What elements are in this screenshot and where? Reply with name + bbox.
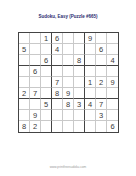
sudoku-cell-r7c3: 5	[41, 99, 52, 110]
sudoku-cell-r3c9: 4	[107, 55, 118, 66]
sudoku-cell-r7c7: 4	[85, 99, 96, 110]
sudoku-cell-r6c2: 7	[30, 88, 41, 99]
sudoku-cell-r6c1: 2	[19, 88, 30, 99]
sudoku-cell-r1c6	[74, 33, 85, 44]
sudoku-cell-r8c4	[52, 110, 63, 121]
sudoku-cell-r5c7: 1	[85, 77, 96, 88]
sudoku-cell-r4c9	[107, 66, 118, 77]
sudoku-cell-r5c4: 7	[52, 77, 63, 88]
sudoku-cell-r7c2	[30, 99, 41, 110]
sudoku-cell-r9c5	[63, 121, 74, 132]
sudoku-cell-r3c5	[63, 55, 74, 66]
sudoku-cell-r6c4: 8	[52, 88, 63, 99]
sudoku-cell-r7c8: 7	[96, 99, 107, 110]
sudoku-cell-r1c7: 9	[85, 33, 96, 44]
sudoku-cell-r5c6	[74, 77, 85, 88]
sudoku-cell-r6c3	[41, 88, 52, 99]
sudoku-cell-r8c1	[19, 110, 30, 121]
sudoku-cell-r4c1	[19, 66, 30, 77]
sudoku-cell-r9c7	[85, 121, 96, 132]
sudoku-cell-r1c5	[63, 33, 74, 44]
sudoku-board: 1695466846712927895834793826	[18, 32, 119, 133]
sudoku-cell-r3c6: 8	[74, 55, 85, 66]
sudoku-cell-r5c9: 9	[107, 77, 118, 88]
sudoku-cell-r3c1	[19, 55, 30, 66]
sudoku-cell-r4c5	[63, 66, 74, 77]
sudoku-cell-r2c8: 6	[96, 44, 107, 55]
sudoku-cell-r5c8: 2	[96, 77, 107, 88]
sudoku-cell-r9c8	[96, 121, 107, 132]
sudoku-cell-r5c1	[19, 77, 30, 88]
sudoku-cell-r3c8	[96, 55, 107, 66]
sudoku-cell-r6c7	[85, 88, 96, 99]
sudoku-cell-r6c5: 9	[63, 88, 74, 99]
sudoku-cell-r6c9	[107, 88, 118, 99]
sudoku-cell-r9c2: 2	[30, 121, 41, 132]
sudoku-cell-r4c7	[85, 66, 96, 77]
sudoku-cell-r7c5: 8	[63, 99, 74, 110]
sudoku-cell-r2c4: 4	[52, 44, 63, 55]
sudoku-cell-r5c3	[41, 77, 52, 88]
sudoku-cell-r7c4	[52, 99, 63, 110]
sudoku-cell-r6c6	[74, 88, 85, 99]
sudoku-cell-r8c5	[63, 110, 74, 121]
sudoku-cell-r3c2	[30, 55, 41, 66]
sudoku-cell-r5c5	[63, 77, 74, 88]
sudoku-cell-r1c3: 1	[41, 33, 52, 44]
sudoku-cell-r4c8	[96, 66, 107, 77]
sudoku-cell-r5c2	[30, 77, 41, 88]
sudoku-cell-r8c7	[85, 110, 96, 121]
sudoku-cell-r7c1	[19, 99, 30, 110]
sudoku-cell-r2c2	[30, 44, 41, 55]
sudoku-cell-r9c4	[52, 121, 63, 132]
sudoku-cell-r2c1: 5	[19, 44, 30, 55]
sudoku-cell-r4c2: 6	[30, 66, 41, 77]
sudoku-cell-r4c3	[41, 66, 52, 77]
sudoku-cell-r1c9	[107, 33, 118, 44]
sudoku-cell-r8c3	[41, 110, 52, 121]
sudoku-cell-r2c6	[74, 44, 85, 55]
sudoku-cell-r8c8: 3	[96, 110, 107, 121]
sudoku-cell-r3c7	[85, 55, 96, 66]
sudoku-cell-r8c2: 9	[30, 110, 41, 121]
sudoku-cell-r1c1	[19, 33, 30, 44]
sudoku-cell-r9c1: 8	[19, 121, 30, 132]
sudoku-cell-r2c9	[107, 44, 118, 55]
sudoku-cell-r1c2	[30, 33, 41, 44]
sudoku-cell-r2c5	[63, 44, 74, 55]
sudoku-cell-r3c4	[52, 55, 63, 66]
sudoku-cell-r4c6	[74, 66, 85, 77]
sudoku-cell-r9c3	[41, 121, 52, 132]
sudoku-cell-r7c9	[107, 99, 118, 110]
sudoku-cell-r6c8	[96, 88, 107, 99]
sudoku-cell-r2c7	[85, 44, 96, 55]
sudoku-cell-r2c3	[41, 44, 52, 55]
sudoku-cell-r8c9	[107, 110, 118, 121]
sudoku-cell-r3c3: 6	[41, 55, 52, 66]
sudoku-cell-r1c4: 6	[52, 33, 63, 44]
footer-url: www.printfreesudoku.com	[0, 165, 136, 170]
sudoku-cell-r9c9: 6	[107, 121, 118, 132]
sudoku-cell-r7c6: 3	[74, 99, 85, 110]
sudoku-cell-r8c6	[74, 110, 85, 121]
page-title: Sudoku, Easy (Puzzle #665)	[0, 13, 136, 20]
sudoku-cell-r1c8	[96, 33, 107, 44]
sudoku-cell-r9c6	[74, 121, 85, 132]
sudoku-cell-r4c4	[52, 66, 63, 77]
